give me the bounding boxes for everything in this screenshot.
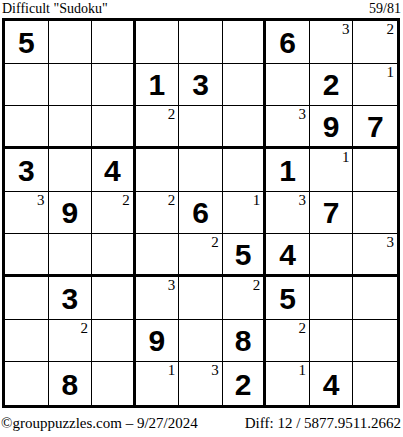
- cell-r2c2[interactable]: [49, 64, 93, 107]
- given-digit: 7: [323, 196, 340, 228]
- pencil-mark: 3: [387, 234, 395, 251]
- empty-cell-counter: 59/81: [369, 1, 401, 16]
- given-digit: 9: [61, 196, 78, 228]
- cell-r3c7[interactable]: 3: [266, 106, 310, 149]
- given-digit: 7: [367, 110, 384, 142]
- cell-r7c1[interactable]: [5, 277, 49, 320]
- cell-r2c4[interactable]: 1: [136, 64, 180, 107]
- cell-r6c1[interactable]: [5, 234, 49, 277]
- cell-r4c6[interactable]: [223, 149, 267, 192]
- pencil-mark: 2: [253, 277, 261, 294]
- pencil-mark: 1: [342, 149, 350, 166]
- cell-r2c6[interactable]: [223, 64, 267, 107]
- cell-r6c2[interactable]: [49, 234, 93, 277]
- cell-r7c9[interactable]: [353, 277, 397, 320]
- given-digit: 5: [235, 238, 252, 270]
- pencil-mark: 2: [211, 234, 219, 251]
- cell-r3c2[interactable]: [49, 106, 93, 149]
- cell-r5c5[interactable]: 6: [179, 192, 223, 235]
- cell-r8c5[interactable]: [179, 320, 223, 363]
- given-digit: 1: [279, 154, 296, 186]
- given-digit: 2: [235, 368, 252, 400]
- copyright-date: ©grouppuzzles.com – 9/27/2024: [1, 415, 198, 431]
- cell-r9c1[interactable]: [5, 362, 49, 405]
- given-digit: 6: [279, 26, 296, 58]
- given-digit: 6: [192, 196, 209, 228]
- cell-r8c3[interactable]: [92, 320, 136, 363]
- given-digit: 4: [323, 368, 340, 400]
- cell-r9c7[interactable]: 1: [266, 362, 310, 405]
- pencil-mark: 1: [298, 362, 306, 379]
- cell-r4c3[interactable]: 4: [92, 149, 136, 192]
- cell-r9c9[interactable]: [353, 362, 397, 405]
- cell-r6c7[interactable]: 4: [266, 234, 310, 277]
- cell-r2c1[interactable]: [5, 64, 49, 107]
- cell-r5c8[interactable]: 7: [310, 192, 354, 235]
- cell-r5c9[interactable]: [353, 192, 397, 235]
- cell-r7c6[interactable]: 2: [223, 277, 267, 320]
- cell-r8c1[interactable]: [5, 320, 49, 363]
- pencil-mark: 2: [168, 106, 176, 123]
- cell-r1c3[interactable]: [92, 21, 136, 64]
- cell-r7c8[interactable]: [310, 277, 354, 320]
- given-digit: 3: [18, 154, 35, 186]
- cell-r8c4[interactable]: 9: [136, 320, 180, 363]
- given-digit: 3: [192, 68, 209, 100]
- footer: ©grouppuzzles.com – 9/27/2024 Diff: 12 /…: [0, 408, 403, 431]
- cell-r3c5[interactable]: [179, 106, 223, 149]
- cell-r4c1[interactable]: 3: [5, 149, 49, 192]
- cell-r5c2[interactable]: 9: [49, 192, 93, 235]
- cell-r1c7[interactable]: 6: [266, 21, 310, 64]
- given-digit: 8: [61, 368, 78, 400]
- cell-r7c4[interactable]: 3: [136, 277, 180, 320]
- cell-r4c5[interactable]: [179, 149, 223, 192]
- cell-r4c2[interactable]: [49, 149, 93, 192]
- given-digit: 5: [279, 282, 296, 314]
- given-digit: 5: [18, 26, 35, 58]
- cell-r5c1[interactable]: 3: [5, 192, 49, 235]
- cell-r4c7[interactable]: 1: [266, 149, 310, 192]
- cell-r6c3[interactable]: [92, 234, 136, 277]
- cell-r6c8[interactable]: [310, 234, 354, 277]
- pencil-mark: 3: [298, 106, 306, 123]
- cell-r4c4[interactable]: [136, 149, 180, 192]
- cell-r3c6[interactable]: [223, 106, 267, 149]
- cell-r6c6[interactable]: 5: [223, 234, 267, 277]
- cell-r8c7[interactable]: 2: [266, 320, 310, 363]
- puzzle-title: Difficult "Sudoku": [2, 1, 108, 16]
- cell-r1c9[interactable]: 2: [353, 21, 397, 64]
- cell-r2c3[interactable]: [92, 64, 136, 107]
- cell-r6c4[interactable]: [136, 234, 180, 277]
- cell-r1c6[interactable]: [223, 21, 267, 64]
- difficulty-rating: Diff: 12 / 5877.9511.2662: [245, 415, 401, 431]
- pencil-mark: 3: [298, 192, 306, 209]
- given-digit: 1: [149, 68, 166, 100]
- cell-r5c6[interactable]: 1: [223, 192, 267, 235]
- cell-r9c2[interactable]: 8: [49, 362, 93, 405]
- cell-r3c3[interactable]: [92, 106, 136, 149]
- pencil-mark: 2: [122, 192, 130, 209]
- pencil-mark: 3: [342, 21, 350, 38]
- pencil-mark: 2: [387, 21, 395, 38]
- cell-r2c9[interactable]: 1: [353, 64, 397, 107]
- cell-r1c4[interactable]: [136, 21, 180, 64]
- cell-r2c8[interactable]: 2: [310, 64, 354, 107]
- cell-r9c5[interactable]: 3: [179, 362, 223, 405]
- pencil-mark: 1: [387, 64, 395, 81]
- cell-r3c1[interactable]: [5, 106, 49, 149]
- pencil-mark: 3: [168, 277, 176, 294]
- given-digit: 3: [61, 282, 78, 314]
- pencil-mark: 2: [81, 320, 89, 337]
- cell-r8c6[interactable]: 8: [223, 320, 267, 363]
- pencil-mark: 2: [168, 192, 176, 209]
- cell-r9c4[interactable]: 1: [136, 362, 180, 405]
- given-digit: 9: [323, 110, 340, 142]
- cell-r3c4[interactable]: 2: [136, 106, 180, 149]
- pencil-mark: 1: [253, 192, 261, 209]
- cell-r9c3[interactable]: [92, 362, 136, 405]
- given-digit: 9: [149, 324, 166, 356]
- pencil-mark: 1: [168, 362, 176, 379]
- cell-r4c8[interactable]: 1: [310, 149, 354, 192]
- given-digit: 4: [104, 154, 121, 186]
- cell-r5c3[interactable]: 2: [92, 192, 136, 235]
- cell-r9c8[interactable]: 4: [310, 362, 354, 405]
- cell-r5c4[interactable]: 2: [136, 192, 180, 235]
- cell-r1c8[interactable]: 3: [310, 21, 354, 64]
- cell-r6c9[interactable]: 3: [353, 234, 397, 277]
- cell-r7c7[interactable]: 5: [266, 277, 310, 320]
- cell-r1c5[interactable]: [179, 21, 223, 64]
- cell-r3c8[interactable]: 9: [310, 106, 354, 149]
- pencil-mark: 2: [298, 320, 306, 337]
- pencil-mark: 3: [37, 192, 45, 209]
- cell-r3c9[interactable]: 7: [353, 106, 397, 149]
- pencil-mark: 3: [211, 362, 219, 379]
- given-digit: 4: [279, 238, 296, 270]
- cell-r4c9[interactable]: [353, 149, 397, 192]
- given-digit: 2: [323, 68, 340, 100]
- cell-r8c8[interactable]: [310, 320, 354, 363]
- cell-r1c2[interactable]: [49, 21, 93, 64]
- cell-r7c3[interactable]: [92, 277, 136, 320]
- cell-r2c5[interactable]: 3: [179, 64, 223, 107]
- sudoku-board: 5632132123973411392261372543332529828132…: [2, 18, 400, 408]
- cell-r7c2[interactable]: 3: [49, 277, 93, 320]
- given-digit: 8: [235, 324, 252, 356]
- cell-r9c6[interactable]: 2: [223, 362, 267, 405]
- header: Difficult "Sudoku" 59/81: [0, 0, 403, 18]
- cell-r8c9[interactable]: [353, 320, 397, 363]
- cell-r5c7[interactable]: 3: [266, 192, 310, 235]
- cell-r1c1[interactable]: 5: [5, 21, 49, 64]
- cell-r6c5[interactable]: 2: [179, 234, 223, 277]
- cell-r2c7[interactable]: [266, 64, 310, 107]
- cell-r7c5[interactable]: [179, 277, 223, 320]
- cell-r8c2[interactable]: 2: [49, 320, 93, 363]
